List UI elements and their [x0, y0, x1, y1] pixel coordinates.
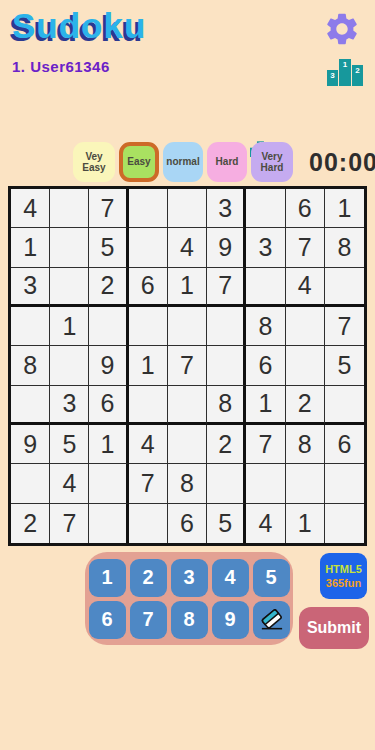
- sudoku-cell-r1c8[interactable]: 6: [286, 189, 325, 228]
- sudoku-cell-r5c4[interactable]: 1: [129, 346, 168, 385]
- sudoku-cell-r5c1[interactable]: 8: [11, 346, 50, 385]
- sudoku-cell-r5c9[interactable]: 5: [325, 346, 364, 385]
- sudoku-cell-r3c4[interactable]: 6: [129, 268, 168, 307]
- sudoku-cell-r7c7[interactable]: 7: [246, 425, 285, 464]
- difficulty-very-hard-button[interactable]: Very Hard: [251, 142, 293, 182]
- sudoku-cell-r2c9[interactable]: 8: [325, 228, 364, 267]
- sudoku-cell-r8c2[interactable]: 4: [50, 464, 89, 503]
- sudoku-cell-r8c8[interactable]: [286, 464, 325, 503]
- sudoku-cell-r7c5[interactable]: [168, 425, 207, 464]
- sudoku-cell-r5c7[interactable]: 6: [246, 346, 285, 385]
- sudoku-cell-r9c7[interactable]: 4: [246, 504, 285, 543]
- sudoku-cell-r4c4[interactable]: [129, 307, 168, 346]
- sudoku-cell-r9c8[interactable]: 1: [286, 504, 325, 543]
- sudoku-cell-r9c3[interactable]: [89, 504, 128, 543]
- badge-line2: 365fun: [326, 577, 361, 589]
- sudoku-cell-r4c2[interactable]: 1: [50, 307, 89, 346]
- numpad-key-5[interactable]: 5: [253, 559, 290, 597]
- leaderboard-podium-icon[interactable]: 3 1 2: [327, 58, 363, 86]
- sudoku-cell-r4c1[interactable]: [11, 307, 50, 346]
- podium-bar-1: 1: [339, 59, 351, 86]
- sudoku-cell-r4c8[interactable]: [286, 307, 325, 346]
- sudoku-cell-r6c4[interactable]: [129, 386, 168, 425]
- sudoku-cell-r5c6[interactable]: [207, 346, 246, 385]
- difficulty-normal-button[interactable]: normal: [163, 142, 203, 182]
- sudoku-cell-r1c6[interactable]: 3: [207, 189, 246, 228]
- numpad-key-3[interactable]: 3: [171, 559, 208, 597]
- sudoku-cell-r8c6[interactable]: [207, 464, 246, 503]
- sudoku-cell-r1c7[interactable]: [246, 189, 285, 228]
- sudoku-cell-r3c8[interactable]: 4: [286, 268, 325, 307]
- sudoku-cell-r2c4[interactable]: [129, 228, 168, 267]
- sudoku-cell-r6c3[interactable]: 6: [89, 386, 128, 425]
- sudoku-cell-r2c6[interactable]: 9: [207, 228, 246, 267]
- sudoku-cell-r6c9[interactable]: [325, 386, 364, 425]
- sudoku-cell-r3c2[interactable]: [50, 268, 89, 307]
- numpad-key-6[interactable]: 6: [89, 601, 126, 639]
- gear-icon: [323, 10, 361, 48]
- eraser-button[interactable]: [253, 601, 290, 639]
- sudoku-cell-r3c3[interactable]: 2: [89, 268, 128, 307]
- sudoku-cell-r4c7[interactable]: 8: [246, 307, 285, 346]
- podium-bar-3: 3: [327, 70, 338, 86]
- sudoku-cell-r1c2[interactable]: [50, 189, 89, 228]
- sudoku-cell-r9c9[interactable]: [325, 504, 364, 543]
- sudoku-cell-r4c5[interactable]: [168, 307, 207, 346]
- sudoku-cell-r9c4[interactable]: [129, 504, 168, 543]
- sudoku-cell-r5c3[interactable]: 9: [89, 346, 128, 385]
- numpad-key-7[interactable]: 7: [130, 601, 167, 639]
- sudoku-cell-r8c4[interactable]: 7: [129, 464, 168, 503]
- sudoku-cell-r3c6[interactable]: 7: [207, 268, 246, 307]
- sudoku-cell-r5c8[interactable]: [286, 346, 325, 385]
- sudoku-cell-r8c7[interactable]: [246, 464, 285, 503]
- sudoku-board: 4736115493783261741878917653681295142786…: [8, 186, 367, 546]
- sudoku-cell-r8c5[interactable]: 8: [168, 464, 207, 503]
- sudoku-cell-r7c9[interactable]: 6: [325, 425, 364, 464]
- sudoku-cell-r6c7[interactable]: 1: [246, 386, 285, 425]
- sudoku-cell-r7c1[interactable]: 9: [11, 425, 50, 464]
- sudoku-cell-r5c2[interactable]: [50, 346, 89, 385]
- sudoku-cell-r2c5[interactable]: 4: [168, 228, 207, 267]
- sudoku-cell-r9c6[interactable]: 5: [207, 504, 246, 543]
- sudoku-cell-r7c3[interactable]: 1: [89, 425, 128, 464]
- sudoku-cell-r6c8[interactable]: 2: [286, 386, 325, 425]
- numpad-key-1[interactable]: 1: [89, 559, 126, 597]
- sudoku-cell-r9c2[interactable]: 7: [50, 504, 89, 543]
- sudoku-cell-r3c9[interactable]: [325, 268, 364, 307]
- sudoku-cell-r8c3[interactable]: [89, 464, 128, 503]
- sudoku-cell-r4c9[interactable]: 7: [325, 307, 364, 346]
- difficulty-vey-easy-button[interactable]: Vey Easy: [73, 142, 115, 182]
- sudoku-cell-r9c1[interactable]: 2: [11, 504, 50, 543]
- podium-bar-2: 2: [352, 65, 363, 86]
- sudoku-cell-r1c9[interactable]: 1: [325, 189, 364, 228]
- numpad: 123456789: [89, 559, 290, 639]
- numpad-key-8[interactable]: 8: [171, 601, 208, 639]
- sudoku-cell-r7c2[interactable]: 5: [50, 425, 89, 464]
- sudoku-cell-r3c7[interactable]: [246, 268, 285, 307]
- sudoku-cell-r6c5[interactable]: [168, 386, 207, 425]
- user-rank-label: 1. User61346: [12, 58, 110, 75]
- sudoku-cell-r9c5[interactable]: 6: [168, 504, 207, 543]
- app-title: Sudoku: [12, 6, 146, 46]
- sudoku-cell-r8c9[interactable]: [325, 464, 364, 503]
- sudoku-cell-r2c2[interactable]: [50, 228, 89, 267]
- eraser-icon: [258, 606, 285, 633]
- sudoku-cell-r1c5[interactable]: [168, 189, 207, 228]
- sudoku-cell-r2c8[interactable]: 7: [286, 228, 325, 267]
- sudoku-cell-r7c6[interactable]: 2: [207, 425, 246, 464]
- html5-365fun-badge[interactable]: HTML5 365fun: [320, 553, 367, 599]
- difficulty-row: Vey Easy Easy normal Hard Very Hard 00:0…: [73, 141, 375, 183]
- settings-gear-icon[interactable]: [323, 10, 361, 48]
- difficulty-hard-button[interactable]: Hard: [207, 142, 247, 182]
- sudoku-cell-r6c6[interactable]: 8: [207, 386, 246, 425]
- sudoku-cell-r2c3[interactable]: 5: [89, 228, 128, 267]
- sudoku-cell-r3c1[interactable]: 3: [11, 268, 50, 307]
- submit-button[interactable]: Submit: [299, 607, 369, 649]
- sudoku-cell-r7c8[interactable]: 8: [286, 425, 325, 464]
- sudoku-cell-r2c7[interactable]: 3: [246, 228, 285, 267]
- sudoku-cell-r1c4[interactable]: [129, 189, 168, 228]
- sudoku-cell-r1c3[interactable]: 7: [89, 189, 128, 228]
- sudoku-cell-r2c1[interactable]: 1: [11, 228, 50, 267]
- sudoku-cell-r3c5[interactable]: 1: [168, 268, 207, 307]
- sudoku-cell-r6c1[interactable]: [11, 386, 50, 425]
- numpad-key-4[interactable]: 4: [212, 559, 249, 597]
- numpad-tray: 123456789: [85, 552, 293, 645]
- sudoku-cell-r4c6[interactable]: [207, 307, 246, 346]
- difficulty-easy-button-selected[interactable]: Easy: [119, 142, 159, 182]
- sudoku-cell-r4c3[interactable]: [89, 307, 128, 346]
- sudoku-cell-r7c4[interactable]: 4: [129, 425, 168, 464]
- sudoku-cell-r1c1[interactable]: 4: [11, 189, 50, 228]
- sudoku-cell-r5c5[interactable]: 7: [168, 346, 207, 385]
- numpad-key-2[interactable]: 2: [130, 559, 167, 597]
- sudoku-cell-r6c2[interactable]: 3: [50, 386, 89, 425]
- numpad-key-9[interactable]: 9: [212, 601, 249, 639]
- sudoku-cell-r8c1[interactable]: [11, 464, 50, 503]
- game-timer: 00:00: [309, 148, 375, 177]
- badge-line1: HTML5: [325, 563, 362, 575]
